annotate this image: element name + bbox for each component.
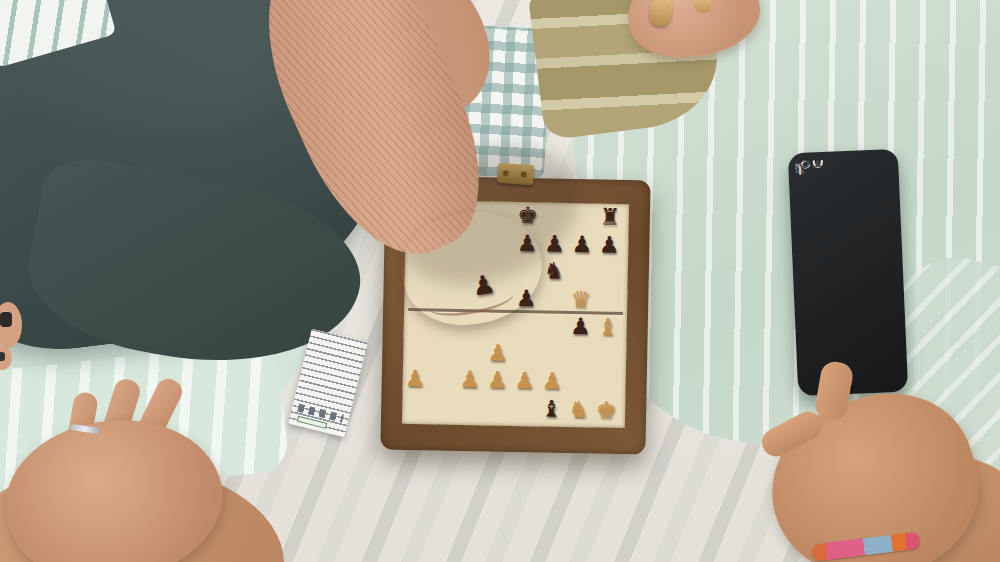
held-chess-piece[interactable]: ♟	[470, 270, 497, 299]
chess-clock-phone: ❮ ○ ▢ 03:06 Moves 13 ❙❙ Moves 13 03:31	[788, 149, 908, 397]
beach-chess-scene: ♚♜♟♟♟♟♞♟♛♟♝♟♟♟♟♟♟♝♞♚ ❮ ○ ▢ 03:06 Moves 1…	[0, 0, 1000, 562]
player-time: 03:31	[795, 157, 824, 174]
phone-screen: ❮ ○ ▢ 03:06 Moves 13 ❙❙ Moves 13 03:31	[795, 157, 901, 388]
